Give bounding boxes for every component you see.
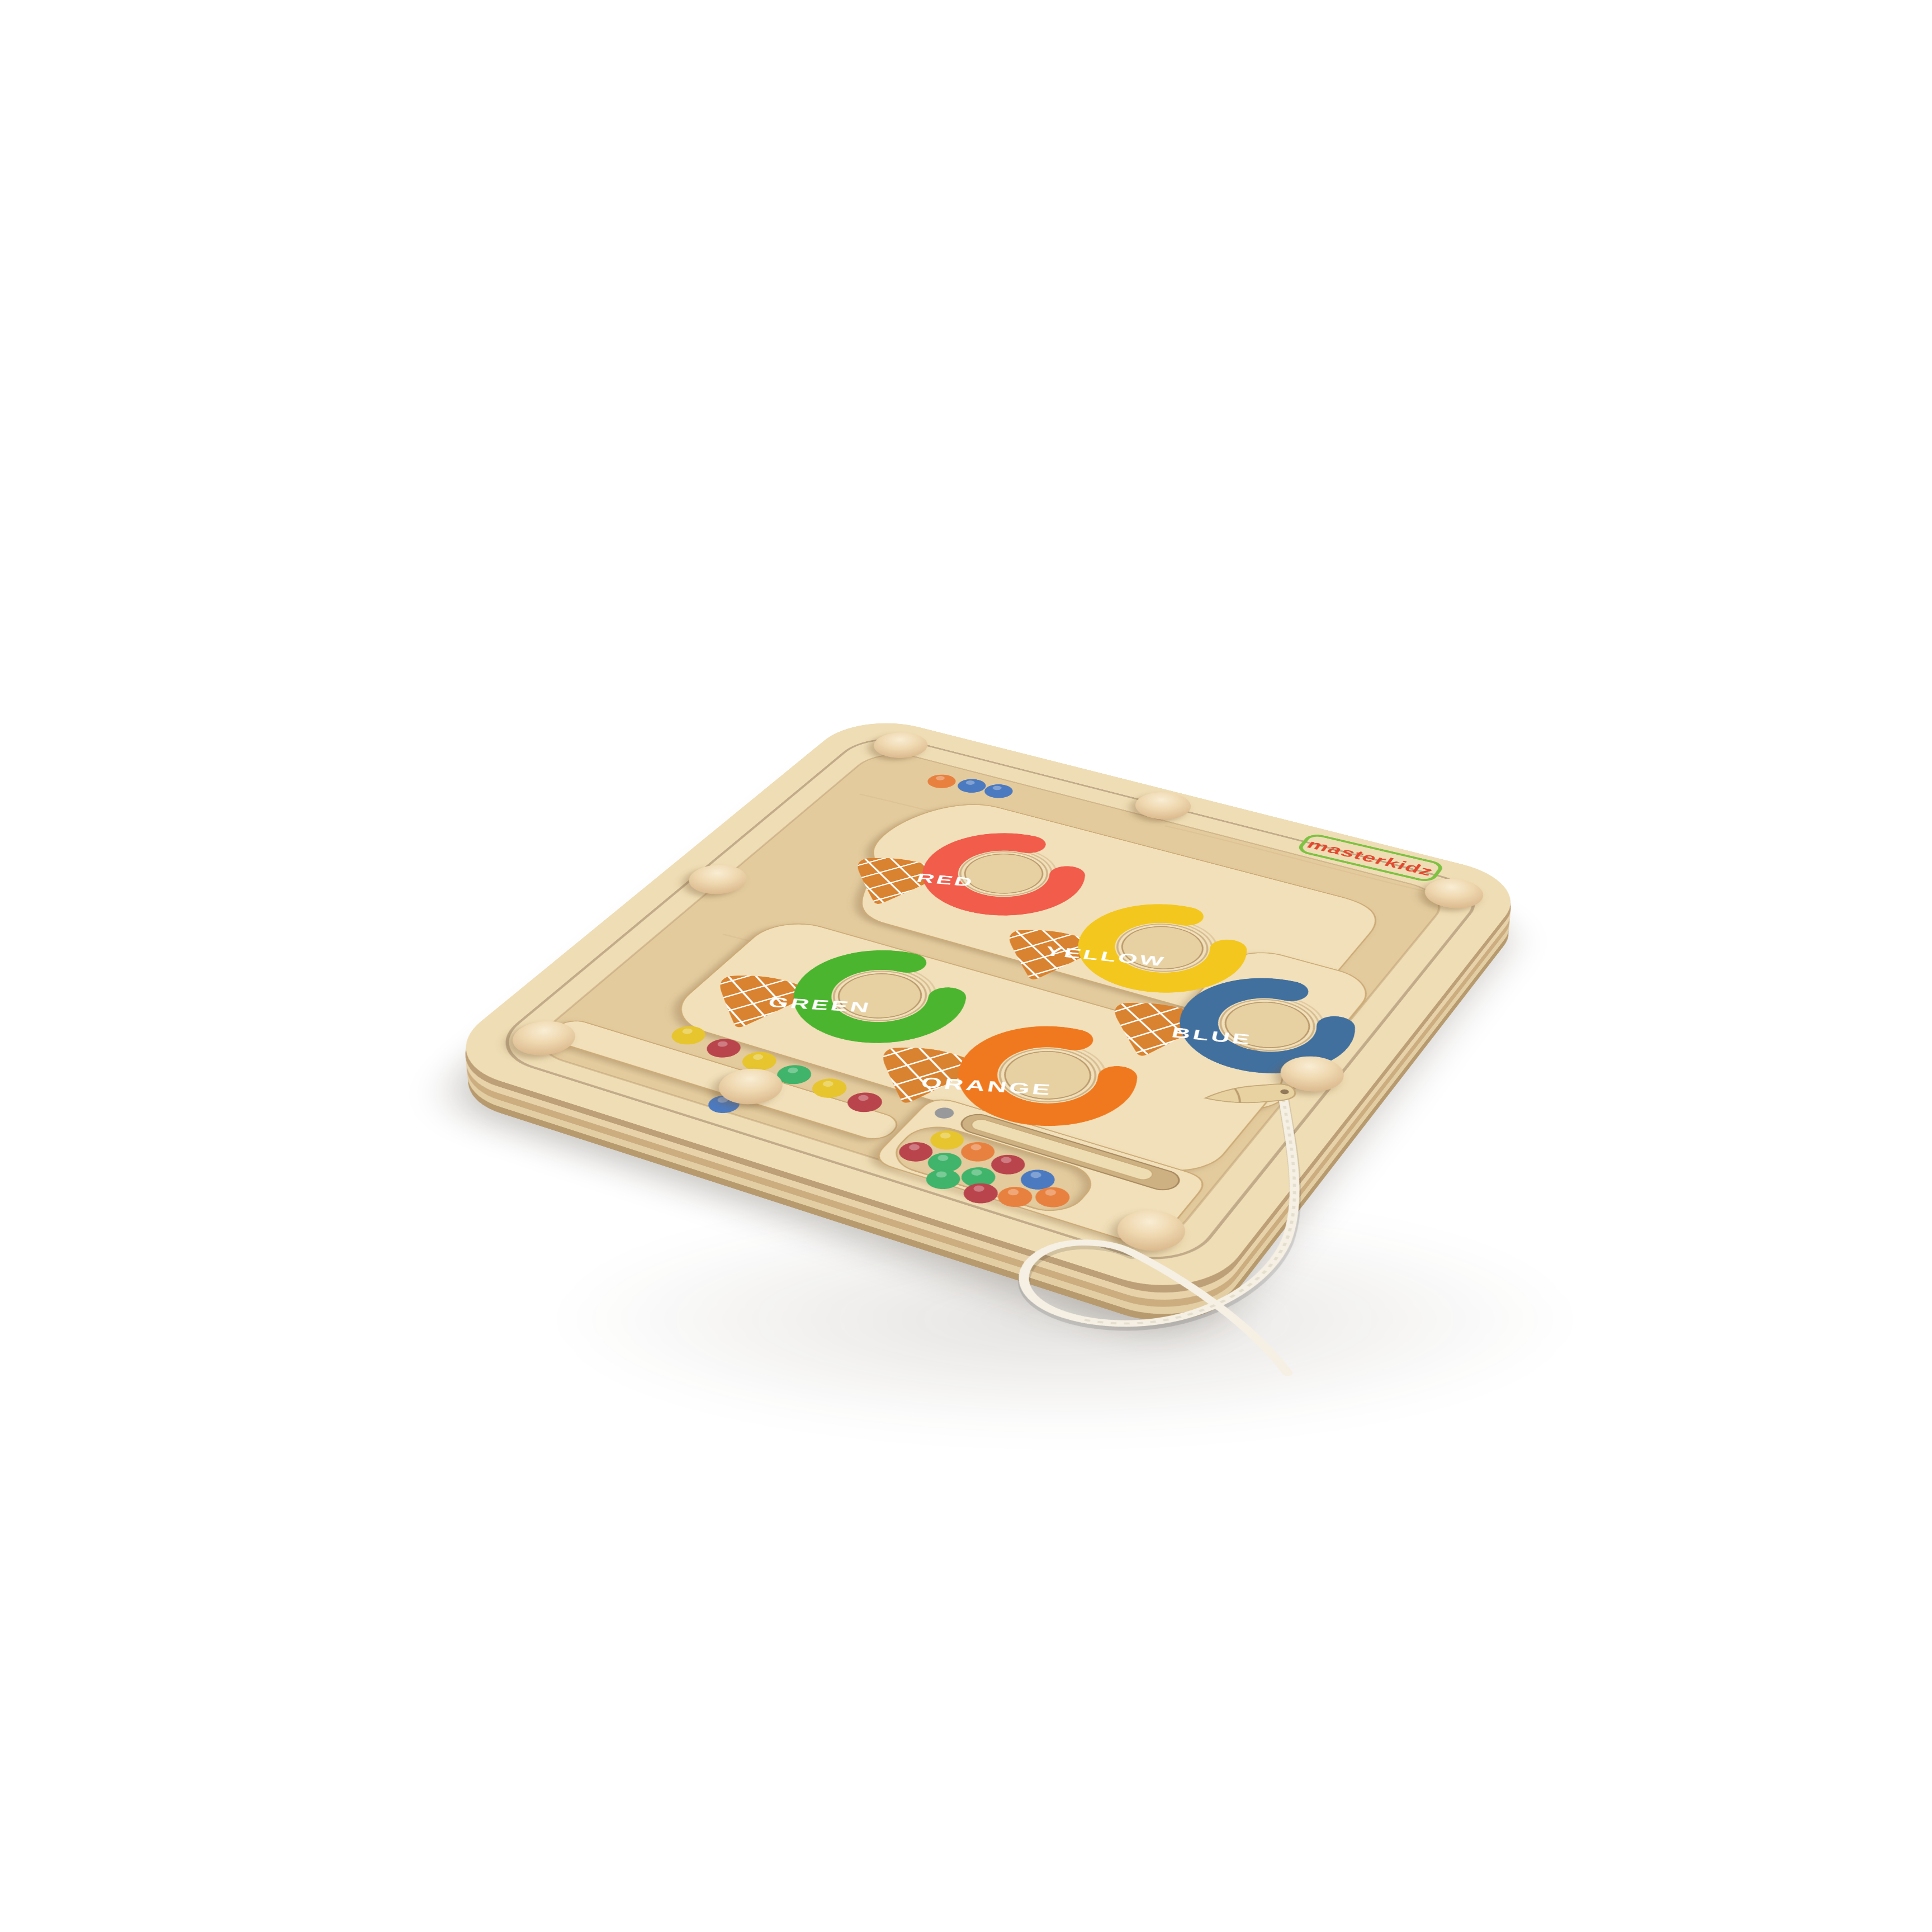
maze-board: RED YELLOW BLUE — [434, 712, 1532, 1305]
product-photo-scene: RED YELLOW BLUE — [0, 0, 1932, 1932]
